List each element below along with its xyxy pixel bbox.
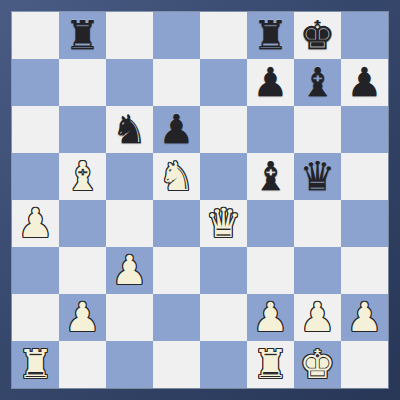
piece-white-knight-d5[interactable]: ♞ bbox=[159, 153, 195, 200]
square-b4[interactable] bbox=[59, 200, 106, 247]
square-c3[interactable]: ♟ bbox=[106, 247, 153, 294]
piece-black-bishop-f5[interactable]: ♝ bbox=[253, 153, 289, 200]
square-g6[interactable] bbox=[294, 106, 341, 153]
piece-black-pawn-d6[interactable]: ♟ bbox=[159, 106, 195, 153]
square-c5[interactable] bbox=[106, 153, 153, 200]
square-b8[interactable]: ♜ bbox=[59, 12, 106, 59]
square-f2[interactable]: ♟ bbox=[247, 294, 294, 341]
square-h6[interactable] bbox=[341, 106, 388, 153]
square-b7[interactable] bbox=[59, 59, 106, 106]
square-a8[interactable] bbox=[12, 12, 59, 59]
square-h3[interactable] bbox=[341, 247, 388, 294]
square-d8[interactable] bbox=[153, 12, 200, 59]
square-c4[interactable] bbox=[106, 200, 153, 247]
square-e4[interactable]: ♛ bbox=[200, 200, 247, 247]
square-g2[interactable]: ♟ bbox=[294, 294, 341, 341]
square-e1[interactable] bbox=[200, 341, 247, 388]
square-h1[interactable] bbox=[341, 341, 388, 388]
piece-white-bishop-b5[interactable]: ♝ bbox=[65, 153, 101, 200]
square-f1[interactable]: ♜ bbox=[247, 341, 294, 388]
square-h7[interactable]: ♟ bbox=[341, 59, 388, 106]
square-c1[interactable] bbox=[106, 341, 153, 388]
square-f6[interactable] bbox=[247, 106, 294, 153]
square-c6[interactable]: ♞ bbox=[106, 106, 153, 153]
square-h8[interactable] bbox=[341, 12, 388, 59]
piece-black-bishop-g7[interactable]: ♝ bbox=[300, 59, 336, 106]
square-e5[interactable] bbox=[200, 153, 247, 200]
square-b3[interactable] bbox=[59, 247, 106, 294]
square-e8[interactable] bbox=[200, 12, 247, 59]
square-a6[interactable] bbox=[12, 106, 59, 153]
square-d6[interactable]: ♟ bbox=[153, 106, 200, 153]
square-b6[interactable] bbox=[59, 106, 106, 153]
square-e2[interactable] bbox=[200, 294, 247, 341]
piece-white-pawn-b2[interactable]: ♟ bbox=[65, 294, 101, 341]
square-f7[interactable]: ♟ bbox=[247, 59, 294, 106]
piece-black-king-g8[interactable]: ♚ bbox=[300, 12, 336, 59]
square-f4[interactable] bbox=[247, 200, 294, 247]
square-b2[interactable]: ♟ bbox=[59, 294, 106, 341]
square-c2[interactable] bbox=[106, 294, 153, 341]
board-frame: ♜♜♚♟♝♟♞♟♝♞♝♛♟♛♟♟♟♟♟♜♜♚ bbox=[0, 0, 400, 400]
chess-board: ♜♜♚♟♝♟♞♟♝♞♝♛♟♛♟♟♟♟♟♜♜♚ bbox=[12, 12, 388, 388]
square-c7[interactable] bbox=[106, 59, 153, 106]
square-d5[interactable]: ♞ bbox=[153, 153, 200, 200]
square-g7[interactable]: ♝ bbox=[294, 59, 341, 106]
square-b1[interactable] bbox=[59, 341, 106, 388]
square-d3[interactable] bbox=[153, 247, 200, 294]
square-e7[interactable] bbox=[200, 59, 247, 106]
square-d2[interactable] bbox=[153, 294, 200, 341]
square-e6[interactable] bbox=[200, 106, 247, 153]
square-a1[interactable]: ♜ bbox=[12, 341, 59, 388]
square-b5[interactable]: ♝ bbox=[59, 153, 106, 200]
square-f8[interactable]: ♜ bbox=[247, 12, 294, 59]
square-g1[interactable]: ♚ bbox=[294, 341, 341, 388]
piece-white-rook-f1[interactable]: ♜ bbox=[253, 341, 289, 388]
piece-white-pawn-g2[interactable]: ♟ bbox=[300, 294, 336, 341]
square-g5[interactable]: ♛ bbox=[294, 153, 341, 200]
square-a4[interactable]: ♟ bbox=[12, 200, 59, 247]
piece-black-queen-g5[interactable]: ♛ bbox=[300, 153, 336, 200]
square-a3[interactable] bbox=[12, 247, 59, 294]
piece-white-rook-a1[interactable]: ♜ bbox=[18, 341, 54, 388]
square-h2[interactable]: ♟ bbox=[341, 294, 388, 341]
square-g8[interactable]: ♚ bbox=[294, 12, 341, 59]
piece-white-king-g1[interactable]: ♚ bbox=[300, 341, 336, 388]
square-d7[interactable] bbox=[153, 59, 200, 106]
square-h4[interactable] bbox=[341, 200, 388, 247]
square-a2[interactable] bbox=[12, 294, 59, 341]
square-e3[interactable] bbox=[200, 247, 247, 294]
piece-white-pawn-a4[interactable]: ♟ bbox=[18, 200, 54, 247]
square-g4[interactable] bbox=[294, 200, 341, 247]
square-f5[interactable]: ♝ bbox=[247, 153, 294, 200]
piece-black-rook-b8[interactable]: ♜ bbox=[65, 12, 101, 59]
square-a5[interactable] bbox=[12, 153, 59, 200]
square-h5[interactable] bbox=[341, 153, 388, 200]
piece-white-pawn-h2[interactable]: ♟ bbox=[347, 294, 383, 341]
piece-black-knight-c6[interactable]: ♞ bbox=[112, 106, 148, 153]
square-a7[interactable] bbox=[12, 59, 59, 106]
square-c8[interactable] bbox=[106, 12, 153, 59]
square-d4[interactable] bbox=[153, 200, 200, 247]
piece-black-pawn-f7[interactable]: ♟ bbox=[253, 59, 289, 106]
piece-white-pawn-f2[interactable]: ♟ bbox=[253, 294, 289, 341]
square-f3[interactable] bbox=[247, 247, 294, 294]
piece-black-rook-f8[interactable]: ♜ bbox=[253, 12, 289, 59]
piece-white-queen-e4[interactable]: ♛ bbox=[206, 200, 242, 247]
piece-black-pawn-h7[interactable]: ♟ bbox=[347, 59, 383, 106]
square-d1[interactable] bbox=[153, 341, 200, 388]
piece-white-pawn-c3[interactable]: ♟ bbox=[112, 247, 148, 294]
square-g3[interactable] bbox=[294, 247, 341, 294]
